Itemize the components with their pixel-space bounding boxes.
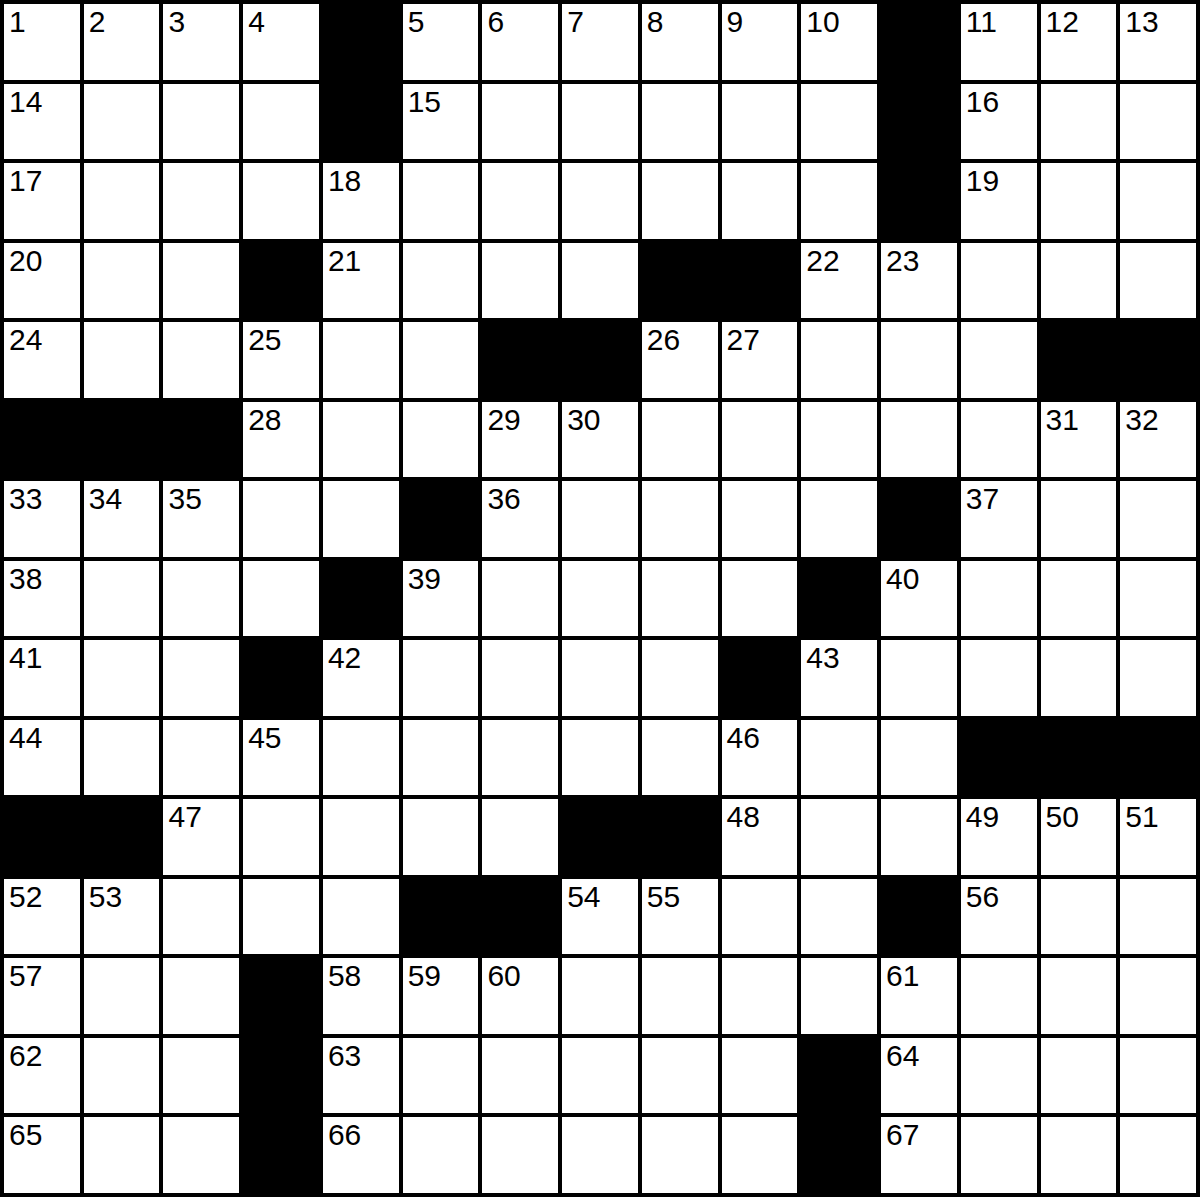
clue-number: 53 [89, 880, 122, 913]
grid-cell[interactable] [562, 84, 638, 160]
clue-number: 59 [408, 959, 441, 992]
grid-cell[interactable] [323, 322, 399, 398]
black-cell [243, 243, 319, 319]
grid-cell[interactable] [243, 481, 319, 557]
grid-cell[interactable] [801, 481, 877, 557]
black-cell [163, 402, 239, 478]
grid-cell[interactable] [84, 640, 160, 716]
grid-cell[interactable]: 14 [4, 84, 80, 160]
clue-number: 31 [1046, 403, 1079, 436]
clue-number: 29 [487, 403, 520, 436]
grid-cell[interactable] [881, 322, 957, 398]
grid-cell[interactable] [642, 402, 718, 478]
clue-number: 26 [647, 323, 680, 356]
grid-cell[interactable] [1120, 163, 1196, 239]
clue-number: 47 [168, 800, 201, 833]
black-cell [1120, 720, 1196, 796]
clue-number: 43 [806, 641, 839, 674]
grid-cell[interactable] [562, 1038, 638, 1114]
clue-number: 63 [328, 1039, 361, 1072]
clue-number: 46 [727, 721, 760, 754]
clue-number: 67 [886, 1118, 919, 1151]
clue-number: 45 [248, 721, 281, 754]
grid-cell[interactable] [722, 481, 798, 557]
grid-cell[interactable] [562, 640, 638, 716]
grid-cell[interactable] [642, 1117, 718, 1193]
grid-cell[interactable] [1120, 958, 1196, 1034]
grid-cell[interactable]: 7 [562, 4, 638, 80]
grid-cell[interactable] [961, 402, 1037, 478]
grid-cell[interactable] [562, 958, 638, 1034]
grid-cell[interactable] [1120, 879, 1196, 955]
grid-cell[interactable]: 10 [801, 4, 877, 80]
clue-number: 2 [89, 5, 106, 38]
grid-cell[interactable] [403, 640, 479, 716]
grid-cell[interactable] [642, 640, 718, 716]
clue-number: 55 [647, 880, 680, 913]
grid-cell[interactable] [801, 958, 877, 1034]
grid-cell[interactable]: 17 [4, 163, 80, 239]
grid-cell[interactable]: 55 [642, 879, 718, 955]
grid-cell[interactable] [1041, 163, 1117, 239]
grid-cell[interactable] [1120, 84, 1196, 160]
grid-cell[interactable]: 43 [801, 640, 877, 716]
grid-cell[interactable] [801, 322, 877, 398]
clue-number: 39 [408, 562, 441, 595]
clue-number: 4 [248, 5, 265, 38]
grid-cell[interactable] [84, 243, 160, 319]
clue-number: 12 [1046, 5, 1079, 38]
grid-cell[interactable] [722, 163, 798, 239]
grid-cell[interactable]: 61 [881, 958, 957, 1034]
grid-cell[interactable]: 34 [84, 481, 160, 557]
grid-cell[interactable] [163, 958, 239, 1034]
grid-cell[interactable] [403, 402, 479, 478]
clue-number: 22 [806, 244, 839, 277]
grid-cell[interactable]: 39 [403, 561, 479, 637]
grid-cell[interactable]: 35 [163, 481, 239, 557]
clue-number: 21 [328, 244, 361, 277]
grid-cell[interactable] [163, 322, 239, 398]
grid-cell[interactable] [961, 958, 1037, 1034]
grid-cell[interactable] [642, 958, 718, 1034]
grid-cell[interactable] [642, 163, 718, 239]
grid-cell[interactable] [961, 561, 1037, 637]
grid-cell[interactable] [243, 163, 319, 239]
grid-cell[interactable]: 52 [4, 879, 80, 955]
grid-cell[interactable]: 29 [482, 402, 558, 478]
clue-number: 54 [567, 880, 600, 913]
grid-cell[interactable] [163, 1038, 239, 1114]
grid-cell[interactable]: 59 [403, 958, 479, 1034]
grid-cell[interactable] [562, 720, 638, 796]
grid-cell[interactable] [403, 720, 479, 796]
grid-cell[interactable] [961, 640, 1037, 716]
black-cell [881, 4, 957, 80]
clue-number: 66 [328, 1118, 361, 1151]
grid-cell[interactable] [1120, 561, 1196, 637]
grid-cell[interactable]: 20 [4, 243, 80, 319]
grid-cell[interactable] [84, 958, 160, 1034]
grid-cell[interactable]: 2 [84, 4, 160, 80]
grid-cell[interactable]: 32 [1120, 402, 1196, 478]
clue-number: 36 [487, 482, 520, 515]
grid-cell[interactable] [1120, 481, 1196, 557]
grid-cell[interactable]: 49 [961, 799, 1037, 875]
grid-cell[interactable] [722, 879, 798, 955]
grid-cell[interactable] [482, 243, 558, 319]
grid-cell[interactable]: 3 [163, 4, 239, 80]
grid-cell[interactable] [482, 1038, 558, 1114]
grid-cell[interactable] [403, 243, 479, 319]
grid-cell[interactable] [961, 1038, 1037, 1114]
clue-number: 52 [9, 880, 42, 913]
grid-cell[interactable] [482, 799, 558, 875]
grid-cell[interactable] [243, 799, 319, 875]
grid-cell[interactable] [642, 1038, 718, 1114]
clue-number: 11 [966, 5, 997, 38]
clue-number: 7 [567, 5, 584, 38]
grid-cell[interactable] [163, 640, 239, 716]
grid-cell[interactable]: 27 [722, 322, 798, 398]
black-cell [243, 640, 319, 716]
grid-cell[interactable] [562, 481, 638, 557]
clue-number: 14 [9, 85, 42, 118]
grid-cell[interactable] [562, 561, 638, 637]
grid-cell[interactable] [642, 720, 718, 796]
grid-cell[interactable] [1041, 640, 1117, 716]
grid-cell[interactable] [1041, 1038, 1117, 1114]
clue-number: 16 [966, 85, 999, 118]
grid-cell[interactable]: 16 [961, 84, 1037, 160]
grid-cell[interactable]: 30 [562, 402, 638, 478]
grid-cell[interactable]: 11 [961, 4, 1037, 80]
grid-cell[interactable]: 53 [84, 879, 160, 955]
clue-number: 20 [9, 244, 42, 277]
black-cell [323, 4, 399, 80]
grid-cell[interactable]: 60 [482, 958, 558, 1034]
grid-cell[interactable] [722, 561, 798, 637]
black-cell [4, 799, 80, 875]
grid-cell[interactable] [1120, 243, 1196, 319]
black-cell [84, 402, 160, 478]
clue-number: 28 [248, 403, 281, 436]
grid-cell[interactable] [1041, 879, 1117, 955]
grid-cell[interactable] [84, 322, 160, 398]
grid-cell[interactable] [1041, 958, 1117, 1034]
grid-cell[interactable] [323, 879, 399, 955]
clue-number: 65 [9, 1118, 42, 1151]
black-cell [642, 243, 718, 319]
clue-number: 1 [9, 5, 26, 38]
clue-number: 34 [89, 482, 122, 515]
clue-number: 60 [487, 959, 520, 992]
grid-cell[interactable] [482, 561, 558, 637]
clue-number: 33 [9, 482, 42, 515]
grid-cell[interactable] [881, 640, 957, 716]
grid-cell[interactable] [84, 84, 160, 160]
clue-number: 51 [1125, 800, 1158, 833]
clue-number: 62 [9, 1039, 42, 1072]
black-cell [1041, 322, 1117, 398]
grid-cell[interactable]: 50 [1041, 799, 1117, 875]
clue-number: 44 [9, 721, 42, 754]
grid-cell[interactable] [961, 243, 1037, 319]
clue-number: 27 [727, 323, 760, 356]
black-cell [403, 879, 479, 955]
grid-cell[interactable]: 6 [482, 4, 558, 80]
grid-cell[interactable] [562, 1117, 638, 1193]
black-cell [323, 84, 399, 160]
clue-number: 61 [886, 959, 919, 992]
grid-cell[interactable] [562, 163, 638, 239]
black-cell [482, 322, 558, 398]
grid-cell[interactable]: 18 [323, 163, 399, 239]
clue-number: 25 [248, 323, 281, 356]
clue-number: 56 [966, 880, 999, 913]
black-cell [243, 958, 319, 1034]
black-cell [562, 799, 638, 875]
grid-cell[interactable] [801, 402, 877, 478]
grid-cell[interactable] [642, 84, 718, 160]
clue-number: 42 [328, 641, 361, 674]
grid-cell[interactable] [163, 879, 239, 955]
grid-cell[interactable] [403, 322, 479, 398]
grid-cell[interactable] [1120, 1117, 1196, 1193]
grid-cell[interactable] [482, 163, 558, 239]
grid-cell[interactable] [961, 1117, 1037, 1193]
clue-number: 35 [168, 482, 201, 515]
grid-cell[interactable]: 28 [243, 402, 319, 478]
black-cell [562, 322, 638, 398]
grid-cell[interactable]: 42 [323, 640, 399, 716]
grid-cell[interactable] [642, 561, 718, 637]
grid-cell[interactable] [722, 958, 798, 1034]
grid-cell[interactable]: 23 [881, 243, 957, 319]
grid-cell[interactable]: 24 [4, 322, 80, 398]
grid-cell[interactable] [323, 799, 399, 875]
black-cell [881, 481, 957, 557]
clue-number: 41 [9, 641, 42, 674]
grid-cell[interactable]: 37 [961, 481, 1037, 557]
grid-cell[interactable] [1120, 640, 1196, 716]
grid-cell[interactable] [722, 84, 798, 160]
grid-cell[interactable]: 48 [722, 799, 798, 875]
clue-number: 24 [9, 323, 42, 356]
grid-cell[interactable]: 1 [4, 4, 80, 80]
grid-cell[interactable] [163, 243, 239, 319]
grid-cell[interactable] [403, 1117, 479, 1193]
grid-cell[interactable] [1041, 561, 1117, 637]
grid-cell[interactable]: 15 [403, 84, 479, 160]
black-cell [801, 1038, 877, 1114]
grid-cell[interactable] [881, 720, 957, 796]
grid-cell[interactable] [1120, 1038, 1196, 1114]
grid-cell[interactable]: 31 [1041, 402, 1117, 478]
grid-cell[interactable]: 4 [243, 4, 319, 80]
grid-cell[interactable]: 47 [163, 799, 239, 875]
grid-cell[interactable] [243, 879, 319, 955]
grid-cell[interactable] [801, 799, 877, 875]
grid-cell[interactable] [801, 163, 877, 239]
grid-cell[interactable]: 12 [1041, 4, 1117, 80]
grid-cell[interactable] [84, 1117, 160, 1193]
black-cell [243, 1117, 319, 1193]
black-cell [1120, 322, 1196, 398]
grid-cell[interactable]: 9 [722, 4, 798, 80]
grid-cell[interactable] [722, 402, 798, 478]
grid-cell[interactable]: 41 [4, 640, 80, 716]
grid-cell[interactable] [1041, 84, 1117, 160]
grid-cell[interactable] [84, 720, 160, 796]
clue-number: 15 [408, 85, 441, 118]
grid-cell[interactable] [84, 163, 160, 239]
clue-number: 3 [168, 5, 185, 38]
grid-cell[interactable]: 46 [722, 720, 798, 796]
grid-cell[interactable]: 56 [961, 879, 1037, 955]
grid-cell[interactable] [482, 640, 558, 716]
grid-cell[interactable]: 45 [243, 720, 319, 796]
grid-cell[interactable] [403, 163, 479, 239]
clue-number: 9 [727, 5, 744, 38]
clue-number: 40 [886, 562, 919, 595]
grid-cell[interactable] [881, 799, 957, 875]
grid-cell[interactable]: 33 [4, 481, 80, 557]
grid-cell[interactable] [722, 1038, 798, 1114]
grid-cell[interactable]: 25 [243, 322, 319, 398]
clue-number: 38 [9, 562, 42, 595]
grid-cell[interactable] [243, 84, 319, 160]
grid-cell[interactable] [84, 561, 160, 637]
grid-cell[interactable]: 22 [801, 243, 877, 319]
grid-cell[interactable] [84, 1038, 160, 1114]
grid-cell[interactable] [722, 1117, 798, 1193]
black-cell [642, 799, 718, 875]
grid-cell[interactable] [482, 84, 558, 160]
grid-cell[interactable]: 57 [4, 958, 80, 1034]
grid-cell[interactable] [642, 481, 718, 557]
grid-cell[interactable]: 19 [961, 163, 1037, 239]
black-cell [4, 402, 80, 478]
black-cell [801, 1117, 877, 1193]
grid-cell[interactable]: 58 [323, 958, 399, 1034]
grid-cell[interactable] [323, 402, 399, 478]
black-cell [243, 1038, 319, 1114]
grid-cell[interactable] [801, 720, 877, 796]
clue-number: 6 [487, 5, 504, 38]
grid-cell[interactable]: 40 [881, 561, 957, 637]
black-cell [722, 243, 798, 319]
clue-number: 19 [966, 164, 999, 197]
clue-number: 49 [966, 800, 999, 833]
grid-cell[interactable]: 62 [4, 1038, 80, 1114]
grid-cell[interactable] [961, 322, 1037, 398]
clue-number: 13 [1125, 5, 1158, 38]
grid-cell[interactable] [562, 243, 638, 319]
clue-number: 32 [1125, 403, 1158, 436]
grid-cell[interactable]: 44 [4, 720, 80, 796]
clue-number: 17 [9, 164, 42, 197]
black-cell [961, 720, 1037, 796]
clue-number: 5 [408, 5, 425, 38]
black-cell [881, 84, 957, 160]
black-cell [881, 163, 957, 239]
grid-cell[interactable]: 67 [881, 1117, 957, 1193]
grid-cell[interactable] [323, 720, 399, 796]
black-cell [323, 561, 399, 637]
grid-cell[interactable]: 8 [642, 4, 718, 80]
clue-number: 23 [886, 244, 919, 277]
clue-number: 48 [727, 800, 760, 833]
clue-number: 8 [647, 5, 664, 38]
grid-cell[interactable]: 64 [881, 1038, 957, 1114]
grid-cell[interactable]: 63 [323, 1038, 399, 1114]
clue-number: 58 [328, 959, 361, 992]
grid-cell[interactable] [163, 720, 239, 796]
grid-cell[interactable]: 13 [1120, 4, 1196, 80]
black-cell [84, 799, 160, 875]
grid-cell[interactable]: 51 [1120, 799, 1196, 875]
grid-cell[interactable] [482, 1117, 558, 1193]
grid-cell[interactable]: 66 [323, 1117, 399, 1193]
grid-cell[interactable]: 36 [482, 481, 558, 557]
clue-number: 30 [567, 403, 600, 436]
grid-cell[interactable] [482, 720, 558, 796]
grid-cell[interactable] [403, 1038, 479, 1114]
clue-number: 10 [806, 5, 839, 38]
grid-cell[interactable]: 5 [403, 4, 479, 80]
black-cell [722, 640, 798, 716]
black-cell [801, 561, 877, 637]
grid-cell[interactable]: 38 [4, 561, 80, 637]
grid-cell[interactable] [801, 879, 877, 955]
clue-number: 64 [886, 1039, 919, 1072]
grid-cell[interactable] [163, 163, 239, 239]
clue-number: 50 [1046, 800, 1079, 833]
grid-cell[interactable] [163, 1117, 239, 1193]
grid-cell[interactable] [163, 84, 239, 160]
grid-cell[interactable] [403, 799, 479, 875]
clue-number: 37 [966, 482, 999, 515]
crossword-grid: 1234567891011121314151617181920212223242… [0, 0, 1200, 1197]
black-cell [403, 481, 479, 557]
clue-number: 18 [328, 164, 361, 197]
grid-cell[interactable] [881, 402, 957, 478]
grid-cell[interactable]: 65 [4, 1117, 80, 1193]
grid-cell[interactable] [801, 84, 877, 160]
grid-cell[interactable] [163, 561, 239, 637]
black-cell [881, 879, 957, 955]
grid-cell[interactable]: 21 [323, 243, 399, 319]
grid-cell[interactable] [323, 481, 399, 557]
grid-cell[interactable]: 54 [562, 879, 638, 955]
grid-cell[interactable]: 26 [642, 322, 718, 398]
black-cell [482, 879, 558, 955]
clue-number: 57 [9, 959, 42, 992]
grid-cell[interactable] [1041, 1117, 1117, 1193]
grid-cell[interactable] [1041, 481, 1117, 557]
black-cell [1041, 720, 1117, 796]
grid-cell[interactable] [243, 561, 319, 637]
grid-cell[interactable] [1041, 243, 1117, 319]
